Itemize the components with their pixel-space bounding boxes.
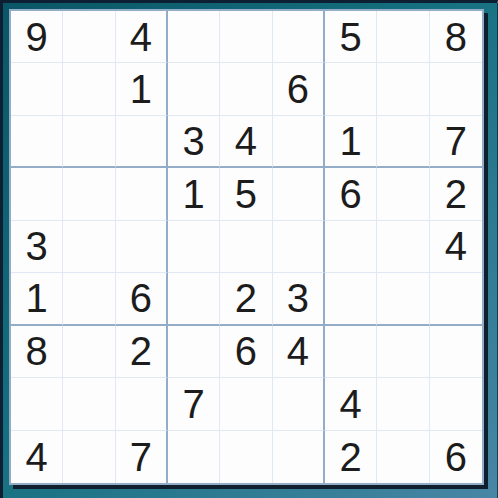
sudoku-cell-r7c9[interactable]: [430, 326, 482, 378]
sudoku-cell-r3c7[interactable]: 1: [325, 116, 377, 168]
sudoku-cell-r5c1[interactable]: 3: [11, 221, 63, 273]
sudoku-cell-r8c1[interactable]: [11, 378, 63, 430]
sudoku-cell-r7c5[interactable]: 6: [220, 326, 272, 378]
sudoku-cell-r5c8[interactable]: [377, 221, 429, 273]
sudoku-cell-r3c8[interactable]: [377, 116, 429, 168]
sudoku-cell-r5c3[interactable]: [116, 221, 168, 273]
sudoku-cell-r9c1[interactable]: 4: [11, 431, 63, 483]
sudoku-cell-r4c4[interactable]: 1: [168, 168, 220, 220]
sudoku-cell-r8c8[interactable]: [377, 378, 429, 430]
sudoku-cell-r7c2[interactable]: [63, 326, 115, 378]
sudoku-cell-r4c6[interactable]: [273, 168, 325, 220]
sudoku-cell-r3c4[interactable]: 3: [168, 116, 220, 168]
sudoku-cell-r4c3[interactable]: [116, 168, 168, 220]
sudoku-cell-r2c9[interactable]: [430, 63, 482, 115]
sudoku-cell-r4c5[interactable]: 5: [220, 168, 272, 220]
sudoku-cell-r2c3[interactable]: 1: [116, 63, 168, 115]
sudoku-cell-r4c9[interactable]: 2: [430, 168, 482, 220]
sudoku-cell-r3c3[interactable]: [116, 116, 168, 168]
sudoku-cell-r1c7[interactable]: 5: [325, 11, 377, 63]
sudoku-cell-r3c5[interactable]: 4: [220, 116, 272, 168]
sudoku-cell-r9c6[interactable]: [273, 431, 325, 483]
sudoku-cell-r7c3[interactable]: 2: [116, 326, 168, 378]
sudoku-cell-r2c1[interactable]: [11, 63, 63, 115]
sudoku-cell-r6c7[interactable]: [325, 273, 377, 325]
sudoku-cell-r1c3[interactable]: 4: [116, 11, 168, 63]
sudoku-cell-r9c8[interactable]: [377, 431, 429, 483]
sudoku-cell-r8c2[interactable]: [63, 378, 115, 430]
sudoku-cell-r2c8[interactable]: [377, 63, 429, 115]
sudoku-cell-r5c2[interactable]: [63, 221, 115, 273]
sudoku-cell-r2c2[interactable]: [63, 63, 115, 115]
sudoku-cell-r5c9[interactable]: 4: [430, 221, 482, 273]
sudoku-cell-r4c1[interactable]: [11, 168, 63, 220]
sudoku-cell-r6c9[interactable]: [430, 273, 482, 325]
sudoku-cell-r8c3[interactable]: [116, 378, 168, 430]
sudoku-cell-r8c5[interactable]: [220, 378, 272, 430]
sudoku-cell-r9c7[interactable]: 2: [325, 431, 377, 483]
sudoku-cell-r6c2[interactable]: [63, 273, 115, 325]
sudoku-frame: 945816341715623416238264744726: [0, 0, 498, 498]
sudoku-cell-r3c2[interactable]: [63, 116, 115, 168]
sudoku-cell-r5c6[interactable]: [273, 221, 325, 273]
sudoku-cell-r1c4[interactable]: [168, 11, 220, 63]
sudoku-cell-r3c1[interactable]: [11, 116, 63, 168]
sudoku-cell-r5c7[interactable]: [325, 221, 377, 273]
sudoku-cell-r7c7[interactable]: [325, 326, 377, 378]
sudoku-cell-r1c8[interactable]: [377, 11, 429, 63]
sudoku-cell-r9c4[interactable]: [168, 431, 220, 483]
sudoku-cell-r1c6[interactable]: [273, 11, 325, 63]
sudoku-cell-r1c9[interactable]: 8: [430, 11, 482, 63]
sudoku-cell-r9c5[interactable]: [220, 431, 272, 483]
sudoku-cell-r5c4[interactable]: [168, 221, 220, 273]
sudoku-cell-r6c6[interactable]: 3: [273, 273, 325, 325]
sudoku-cell-r8c7[interactable]: 4: [325, 378, 377, 430]
sudoku-cell-r9c9[interactable]: 6: [430, 431, 482, 483]
sudoku-cell-r8c9[interactable]: [430, 378, 482, 430]
sudoku-cell-r3c9[interactable]: 7: [430, 116, 482, 168]
sudoku-cell-r8c6[interactable]: [273, 378, 325, 430]
sudoku-cell-r5c5[interactable]: [220, 221, 272, 273]
sudoku-cell-r9c3[interactable]: 7: [116, 431, 168, 483]
sudoku-cell-r6c4[interactable]: [168, 273, 220, 325]
sudoku-cell-r8c4[interactable]: 7: [168, 378, 220, 430]
sudoku-cell-r1c1[interactable]: 9: [11, 11, 63, 63]
sudoku-cell-r4c7[interactable]: 6: [325, 168, 377, 220]
sudoku-cell-r6c5[interactable]: 2: [220, 273, 272, 325]
sudoku-cell-r6c3[interactable]: 6: [116, 273, 168, 325]
sudoku-cell-r3c6[interactable]: [273, 116, 325, 168]
sudoku-cell-r6c8[interactable]: [377, 273, 429, 325]
sudoku-cell-r4c2[interactable]: [63, 168, 115, 220]
sudoku-cell-r9c2[interactable]: [63, 431, 115, 483]
sudoku-cell-r2c7[interactable]: [325, 63, 377, 115]
sudoku-cell-r2c5[interactable]: [220, 63, 272, 115]
sudoku-cell-r4c8[interactable]: [377, 168, 429, 220]
sudoku-cell-r7c4[interactable]: [168, 326, 220, 378]
sudoku-cell-r7c8[interactable]: [377, 326, 429, 378]
sudoku-cell-r2c4[interactable]: [168, 63, 220, 115]
sudoku-board: 945816341715623416238264744726: [9, 9, 484, 485]
sudoku-cell-r2c6[interactable]: 6: [273, 63, 325, 115]
sudoku-cell-r1c5[interactable]: [220, 11, 272, 63]
sudoku-cell-r1c2[interactable]: [63, 11, 115, 63]
sudoku-cell-r7c1[interactable]: 8: [11, 326, 63, 378]
sudoku-cell-r6c1[interactable]: 1: [11, 273, 63, 325]
sudoku-cell-r7c6[interactable]: 4: [273, 326, 325, 378]
